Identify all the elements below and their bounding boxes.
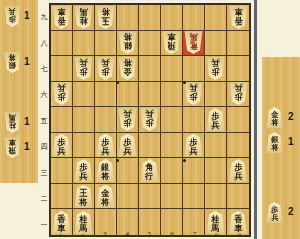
board-square[interactable] [227,31,249,57]
board-square[interactable] [95,82,117,108]
shogi-piece-歩兵[interactable]: 歩兵 [140,108,159,131]
board-square[interactable]: 歩兵 [51,82,73,108]
board-square[interactable] [205,82,227,108]
shogi-piece-王将[interactable]: 王将 [74,185,93,208]
board-square[interactable]: 角行 [139,158,161,184]
board-square[interactable] [183,56,205,82]
piece-kanji: 兵 [211,121,219,130]
piece-kanji: 歩 [101,67,109,76]
rank-label: 一 [40,220,48,230]
piece-kanji: 将 [79,198,87,207]
shogi-board: 香車桂馬玉将香車銀将飛車竜馬歩兵歩兵金将歩兵歩兵歩兵歩兵歩兵歩兵歩兵歩兵歩兵歩兵… [49,3,251,237]
shogi-piece-竜馬[interactable]: 竜馬 [184,31,203,54]
piece-kanji: 将 [271,119,278,127]
file-label: 6 [167,230,177,238]
shogi-piece-歩兵[interactable]: 歩兵 [74,57,93,80]
board-square[interactable] [227,133,249,159]
board-square[interactable] [161,107,183,133]
piece-kanji: 車 [9,138,16,146]
board-square[interactable] [51,107,73,133]
piece-kanji: 将 [123,58,131,67]
board-square[interactable] [51,184,73,210]
rank-label: 三 [40,168,48,178]
piece-kanji: 兵 [145,109,153,118]
board-square[interactable]: 歩兵 [183,133,205,159]
board-square[interactable] [139,5,161,31]
piece-kanji: 兵 [101,58,109,67]
piece-kanji: 金 [123,67,131,76]
board-square[interactable] [51,56,73,82]
piece-kanji: 兵 [211,58,219,67]
board-square[interactable]: 歩兵 [183,82,205,108]
piece-kanji: 行 [145,172,153,181]
board-square[interactable] [183,107,205,133]
board-square[interactable] [183,158,205,184]
board-square[interactable] [161,158,183,184]
board-square[interactable]: 桂馬 [73,5,95,31]
board-square[interactable]: 香車 [51,5,73,31]
piece-kanji: 香 [234,16,242,25]
shogi-piece-香車[interactable]: 香車 [229,211,248,234]
piece-kanji: 銀 [123,41,131,50]
piece-kanji: 玉 [101,16,109,25]
shogi-piece-香車[interactable]: 香車 [52,211,71,234]
shogi-piece-歩兵[interactable]: 歩兵 [96,134,115,157]
board-square[interactable] [205,5,227,31]
piece-kanji: 将 [9,53,16,61]
board-square[interactable]: 歩兵 [73,158,95,184]
file-label: 3 [100,230,110,238]
piece-kanji: 香 [57,16,65,25]
board-square[interactable]: 歩兵 [51,133,73,159]
piece-kanji: 兵 [123,109,131,118]
board-square[interactable]: 歩兵 [117,133,139,159]
hoshi-dot [183,81,186,84]
board-square[interactable] [161,56,183,82]
board-square[interactable]: 玉将 [95,5,117,31]
hand-piece-count: 2 [288,111,294,122]
piece-kanji: 兵 [234,172,242,181]
piece-kanji: 飛 [9,146,16,154]
rank-label: 九 [40,12,48,22]
piece-kanji: 将 [123,32,131,41]
piece-kanji: 兵 [271,214,278,222]
board-square[interactable] [95,31,117,57]
shogi-piece-歩兵[interactable]: 歩兵 [118,134,137,157]
hoshi-dot [116,81,119,84]
board-square[interactable]: 銀将 [117,31,139,57]
board-square[interactable] [73,82,95,108]
board-square[interactable] [227,107,249,133]
board-square[interactable]: 歩兵 [205,56,227,82]
board-square[interactable] [161,5,183,31]
board-square[interactable] [139,31,161,57]
board-square[interactable]: 歩兵 [117,107,139,133]
piece-kanji: 兵 [9,7,16,15]
board-square[interactable] [205,133,227,159]
board-square[interactable] [51,31,73,57]
board-square[interactable] [205,184,227,210]
piece-kanji: 将 [271,144,278,152]
piece-kanji: 馬 [9,113,16,121]
hand-piece-count: 1 [24,10,30,21]
shogi-piece-歩兵[interactable]: 歩兵 [184,82,203,105]
board-square[interactable]: 金将 [95,184,117,210]
turn-panel: 先手番 [258,0,300,57]
shogi-piece-歩兵[interactable]: 歩兵 [184,134,203,157]
piece-kanji: 兵 [57,147,65,156]
file-label: 4 [122,230,132,238]
board-square[interactable] [139,184,161,210]
board-square[interactable]: 桂馬 [73,209,95,235]
shogi-piece-桂馬[interactable]: 桂馬 [74,6,93,29]
piece-kanji: 兵 [189,147,197,156]
shogi-piece-歩兵[interactable]: 歩兵 [96,57,115,80]
board-square[interactable] [205,31,227,57]
board-edge-shadow [254,0,257,239]
hand-piece-count: 1 [288,136,294,147]
piece-kanji: 車 [57,224,65,233]
piece-kanji: 馬 [211,224,219,233]
board-square[interactable]: 歩兵 [205,107,227,133]
board-square[interactable]: 香車 [227,209,249,235]
hand-piece-count: 1 [24,141,30,152]
piece-kanji: 歩 [211,67,219,76]
rank-label: 五 [40,116,48,126]
shogi-piece-歩兵[interactable]: 歩兵 [229,159,248,182]
piece-kanji: 兵 [79,58,87,67]
piece-kanji: 車 [167,32,175,41]
shogi-piece-玉将[interactable]: 玉将 [96,6,115,29]
piece-kanji: 馬 [79,7,87,16]
board-square[interactable] [227,184,249,210]
rank-label: 七 [40,64,48,74]
board-square[interactable]: 竜馬 [183,31,205,57]
board-square[interactable] [161,133,183,159]
rank-label: 八 [40,38,48,48]
board-square[interactable] [139,82,161,108]
board-square[interactable] [183,184,205,210]
piece-kanji: 歩 [145,118,153,127]
board-square[interactable]: 香車 [51,209,73,235]
shogi-piece-歩兵[interactable]: 歩兵 [52,134,71,157]
board-square[interactable] [73,107,95,133]
board-square[interactable] [205,158,227,184]
piece-kanji: 兵 [101,147,109,156]
piece-kanji: 馬 [79,224,87,233]
board-square[interactable] [117,82,139,108]
piece-kanji: 桂 [9,121,16,129]
board-square[interactable] [183,5,205,31]
hand-piece-count: 2 [288,206,294,217]
shogi-piece-桂馬[interactable]: 桂馬 [74,211,93,234]
board-square[interactable]: 歩兵 [139,107,161,133]
shogi-piece-飛車[interactable]: 飛車 [162,31,181,54]
piece-kanji: 兵 [189,83,197,92]
board-square[interactable]: 歩兵 [227,158,249,184]
piece-kanji: 兵 [234,83,242,92]
rank-label: 四 [40,142,48,152]
hoshi-dot [183,159,186,162]
piece-kanji: 兵 [57,83,65,92]
piece-kanji: 桂 [79,16,87,25]
piece-kanji: 歩 [123,118,131,127]
board-square[interactable] [73,133,95,159]
board-square[interactable] [95,107,117,133]
board-square[interactable]: 桂馬 [205,209,227,235]
piece-kanji: 歩 [79,67,87,76]
file-label: 7 [189,230,199,238]
board-square[interactable]: 歩兵 [73,56,95,82]
shogi-piece-歩兵[interactable]: 歩兵 [229,82,248,105]
shogi-piece-歩兵[interactable]: 歩兵 [118,108,137,131]
board-square[interactable]: 歩兵 [95,133,117,159]
board-square[interactable]: 香車 [227,5,249,31]
shogi-piece-歩兵[interactable]: 歩兵 [52,82,71,105]
piece-kanji: 将 [101,7,109,16]
board-square[interactable] [73,31,95,57]
rank-label: 六 [40,90,48,100]
rank-label: 二 [40,194,48,204]
board-square[interactable] [117,184,139,210]
piece-kanji: 銀 [9,61,16,69]
board-square[interactable]: 歩兵 [95,56,117,82]
shogi-piece-歩兵[interactable]: 歩兵 [74,159,93,182]
file-label: 5 [145,230,155,238]
shogi-piece-香車[interactable]: 香車 [229,6,248,29]
shogi-piece-角行[interactable]: 角行 [140,159,159,182]
piece-kanji: 車 [234,224,242,233]
shogi-piece-銀将[interactable]: 銀将 [96,159,115,182]
board-square[interactable] [51,158,73,184]
piece-kanji: 将 [101,172,109,181]
shogi-app: 香車桂馬玉将香車銀将飛車竜馬歩兵歩兵金将歩兵歩兵歩兵歩兵歩兵歩兵歩兵歩兵歩兵歩兵… [0,0,300,239]
piece-kanji: 歩 [57,92,65,101]
shogi-piece-歩兵[interactable]: 歩兵 [206,57,225,80]
board-square[interactable] [117,5,139,31]
piece-kanji: 車 [57,7,65,16]
shogi-piece-香車[interactable]: 香車 [52,6,71,29]
piece-kanji: 歩 [9,15,16,23]
shogi-piece-銀将[interactable]: 銀将 [118,31,137,54]
hand-piece-count: 1 [24,116,30,127]
hand-piece-count: 1 [24,56,30,67]
piece-kanji: 兵 [79,172,87,181]
board-square[interactable] [139,56,161,82]
shogi-piece-桂馬[interactable]: 桂馬 [206,211,225,234]
board-square[interactable]: 銀将 [95,158,117,184]
piece-kanji: 竜 [189,41,197,50]
board-square[interactable] [161,184,183,210]
piece-kanji: 歩 [189,92,197,101]
board-square[interactable] [139,133,161,159]
sente-hand-tray [0,0,38,183]
shogi-piece-金将[interactable]: 金将 [118,57,137,80]
board-square[interactable]: 金将 [117,56,139,82]
piece-kanji: 歩 [234,92,242,101]
shogi-piece-歩兵[interactable]: 歩兵 [206,108,225,131]
piece-kanji: 兵 [123,147,131,156]
hoshi-dot [116,159,119,162]
board-square[interactable] [161,82,183,108]
board-square[interactable] [227,56,249,82]
board-square[interactable]: 王将 [73,184,95,210]
board-square[interactable]: 歩兵 [227,82,249,108]
piece-kanji: 将 [101,198,109,207]
board-square[interactable] [117,158,139,184]
piece-kanji: 飛 [167,41,175,50]
piece-kanji: 車 [234,7,242,16]
piece-kanji: 馬 [189,32,197,41]
board-square[interactable]: 飛車 [161,31,183,57]
shogi-piece-金将[interactable]: 金将 [96,185,115,208]
